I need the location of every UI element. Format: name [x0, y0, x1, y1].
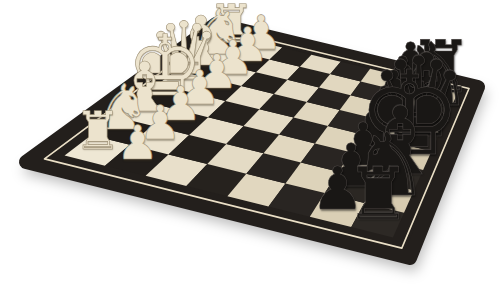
white-pawn-h2[interactable]: ♟ — [116, 119, 158, 166]
white-rook-h1[interactable]: ♜ — [74, 105, 121, 158]
black-rook-h8[interactable]: ♜ — [346, 157, 411, 230]
product-photo-scene: Product photo of a chess set: cream and … — [0, 0, 500, 296]
